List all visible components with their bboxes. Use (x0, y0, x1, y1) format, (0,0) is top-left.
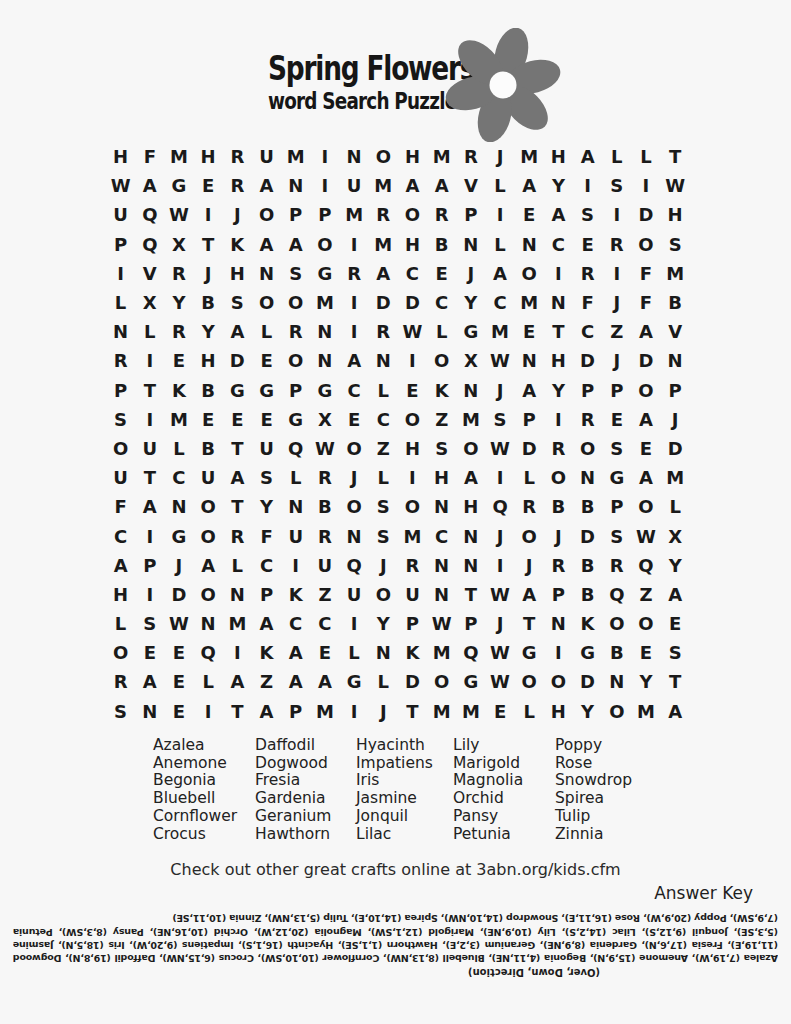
grid-cell: A (456, 463, 485, 492)
grid-cell: O (515, 521, 544, 550)
grid-cell: Q (194, 638, 223, 667)
grid-cell: M (661, 259, 690, 288)
grid-cell: T (194, 230, 223, 259)
answer-key-heading: (Over, Down, Direction) (13, 966, 778, 980)
grid-cell: A (544, 200, 573, 229)
word-list-item: Tulip (555, 808, 650, 826)
grid-cell: L (631, 142, 660, 171)
grid-cell: N (369, 638, 398, 667)
grid-cell: P (252, 580, 281, 609)
grid-cell: R (602, 230, 631, 259)
word-list-column: HyacinthImpatiensIrisJasmineJonquilLilac (356, 737, 453, 843)
grid-cell: T (544, 317, 573, 346)
grid-cell: U (340, 171, 369, 200)
grid-cell: Q (340, 551, 369, 580)
grid-cell: L (223, 551, 252, 580)
grid-cell: N (427, 551, 456, 580)
grid-cell: L (135, 317, 164, 346)
grid-cell: H (106, 580, 135, 609)
word-list-item: Lilac (356, 826, 453, 844)
word-list-item: Daffodil (255, 737, 356, 755)
grid-cell: R (602, 551, 631, 580)
grid-cell: N (340, 521, 369, 550)
grid-cell: G (573, 638, 602, 667)
grid-cell: W (631, 521, 660, 550)
grid-cell: S (661, 230, 690, 259)
grid-cell: M (369, 171, 398, 200)
word-list: AzaleaAnemoneBegoniaBluebellCornflowerCr… (153, 737, 650, 843)
grid-cell: F (631, 259, 660, 288)
grid-cell: I (135, 346, 164, 375)
grid-cell: A (252, 230, 281, 259)
grid-cell: Y (544, 376, 573, 405)
grid-cell: P (456, 609, 485, 638)
grid-cell: P (398, 609, 427, 638)
word-list-item: Spirea (555, 790, 650, 808)
grid-cell: M (427, 142, 456, 171)
grid-cell: W (661, 171, 690, 200)
grid-cell: N (456, 521, 485, 550)
grid-cell: C (485, 288, 514, 317)
grid-cell: C (310, 609, 339, 638)
grid-cell: G (515, 638, 544, 667)
grid-cell: C (281, 609, 310, 638)
grid-cell: L (340, 638, 369, 667)
grid-cell: G (310, 376, 339, 405)
grid-cell: J (456, 259, 485, 288)
grid-cell: R (369, 200, 398, 229)
grid-cell: I (340, 697, 369, 726)
grid-cell: A (281, 667, 310, 696)
grid-cell: O (631, 376, 660, 405)
grid-cell: E (135, 638, 164, 667)
grid-cell: H (427, 463, 456, 492)
grid-cell: V (661, 317, 690, 346)
grid-cell: M (456, 405, 485, 434)
grid-cell: S (573, 200, 602, 229)
word-list-item: Orchid (453, 790, 555, 808)
grid-cell: N (310, 317, 339, 346)
grid-cell: U (398, 580, 427, 609)
grid-cell: P (456, 200, 485, 229)
grid-cell: T (223, 697, 252, 726)
grid-cell: C (252, 551, 281, 580)
grid-cell: B (544, 492, 573, 521)
grid-cell: J (485, 521, 514, 550)
grid-cell: H (223, 259, 252, 288)
grid-cell: W (106, 171, 135, 200)
grid-cell: O (369, 580, 398, 609)
grid-cell: I (485, 200, 514, 229)
grid-cell: L (252, 317, 281, 346)
grid-cell: U (310, 551, 339, 580)
grid-cell: B (573, 580, 602, 609)
grid-cell: L (194, 667, 223, 696)
grid-cell: O (340, 492, 369, 521)
grid-cell: I (194, 200, 223, 229)
grid-cell: U (252, 434, 281, 463)
grid-cell: P (281, 200, 310, 229)
grid-cell: L (106, 609, 135, 638)
grid-cell: I (223, 638, 252, 667)
grid-cell: C (427, 521, 456, 550)
grid-cell: E (164, 667, 193, 696)
grid-cell: N (427, 492, 456, 521)
grid-cell: E (194, 171, 223, 200)
grid-cell: A (631, 317, 660, 346)
grid-cell: O (573, 434, 602, 463)
word-list-item: Pansy (453, 808, 555, 826)
grid-cell: N (106, 317, 135, 346)
grid-cell: R (573, 405, 602, 434)
grid-cell: I (135, 521, 164, 550)
grid-cell: R (515, 492, 544, 521)
answer-key-label: Answer Key (654, 883, 753, 903)
title-sub: word Search Puzzle (268, 88, 444, 114)
grid-cell: T (223, 492, 252, 521)
word-list-item: Crocus (153, 826, 255, 844)
grid-cell: S (106, 697, 135, 726)
grid-cell: D (515, 434, 544, 463)
grid-cell: B (194, 288, 223, 317)
grid-cell: A (252, 609, 281, 638)
grid-cell: P (106, 230, 135, 259)
word-list-item: Jonquil (356, 808, 453, 826)
grid-cell: H (398, 434, 427, 463)
grid-cell: T (135, 376, 164, 405)
grid-cell: T (661, 667, 690, 696)
grid-cell: M (340, 200, 369, 229)
grid-cell: E (310, 638, 339, 667)
grid-cell: O (515, 259, 544, 288)
grid-cell: F (252, 521, 281, 550)
grid-cell: O (252, 200, 281, 229)
grid-cell: I (340, 317, 369, 346)
grid-cell: Y (369, 609, 398, 638)
grid-cell: K (223, 230, 252, 259)
word-list-column: LilyMarigoldMagnoliaOrchidPansyPetunia (453, 737, 555, 843)
grid-cell: X (164, 230, 193, 259)
grid-cell: H (544, 142, 573, 171)
grid-cell: R (544, 551, 573, 580)
grid-cell: I (485, 551, 514, 580)
grid-cell: A (485, 259, 514, 288)
word-list-item: Magnolia (453, 772, 555, 790)
grid-cell: O (194, 492, 223, 521)
grid-cell: J (223, 200, 252, 229)
word-list-item: Iris (356, 772, 453, 790)
grid-cell: O (252, 288, 281, 317)
word-list-item: Rose (555, 755, 650, 773)
grid-cell: N (456, 230, 485, 259)
grid-cell: R (223, 142, 252, 171)
grid-cell: A (281, 230, 310, 259)
puzzle-page: Spring Flowers word Search Puzzle HFMHRU… (0, 0, 791, 1024)
word-list-column: AzaleaAnemoneBegoniaBluebellCornflowerCr… (153, 737, 255, 843)
grid-cell: C (369, 405, 398, 434)
grid-cell: L (281, 463, 310, 492)
grid-cell: A (252, 697, 281, 726)
word-list-item: Dogwood (255, 755, 356, 773)
grid-cell: I (135, 405, 164, 434)
grid-cell: R (398, 551, 427, 580)
grid-cell: D (661, 434, 690, 463)
grid-cell: S (485, 405, 514, 434)
grid-cell: S (223, 288, 252, 317)
grid-cell: A (135, 667, 164, 696)
grid-cell: N (310, 346, 339, 375)
grid-cell: M (164, 142, 193, 171)
grid-cell: L (661, 492, 690, 521)
grid-cell: P (135, 551, 164, 580)
grid-cell: W (485, 638, 514, 667)
grid-cell: Z (369, 434, 398, 463)
word-search-grid: HFMHRUMINOHMRJMHALLTWAGERANIUMAAVLAYISIW… (106, 142, 690, 726)
grid-cell: O (281, 346, 310, 375)
grid-cell: L (369, 376, 398, 405)
grid-cell: D (223, 346, 252, 375)
grid-cell: A (427, 171, 456, 200)
grid-cell: W (164, 609, 193, 638)
grid-cell: O (398, 200, 427, 229)
grid-cell: O (310, 230, 339, 259)
grid-cell: I (544, 259, 573, 288)
grid-cell: A (515, 376, 544, 405)
word-list-item: Hawthorn (255, 826, 356, 844)
grid-cell: H (194, 142, 223, 171)
word-list-item: Fresia (255, 772, 356, 790)
grid-cell: U (252, 142, 281, 171)
promo-text: Check out other great crafts online at 3… (0, 860, 791, 879)
grid-cell: G (281, 405, 310, 434)
grid-cell: S (369, 521, 398, 550)
grid-cell: H (398, 142, 427, 171)
grid-cell: Q (456, 638, 485, 667)
grid-cell: R (223, 171, 252, 200)
grid-cell: D (573, 521, 602, 550)
grid-cell: E (164, 638, 193, 667)
grid-cell: J (515, 551, 544, 580)
grid-cell: J (485, 609, 514, 638)
grid-cell: W (398, 317, 427, 346)
grid-cell: Y (164, 288, 193, 317)
grid-cell: J (485, 142, 514, 171)
grid-cell: P (281, 697, 310, 726)
grid-cell: M (515, 288, 544, 317)
grid-cell: A (310, 667, 339, 696)
word-list-item: Anemone (153, 755, 255, 773)
grid-cell: D (369, 288, 398, 317)
grid-cell: K (281, 580, 310, 609)
grid-cell: J (661, 405, 690, 434)
grid-cell: L (602, 142, 631, 171)
grid-cell: A (223, 463, 252, 492)
grid-cell: B (310, 492, 339, 521)
grid-cell: J (602, 288, 631, 317)
grid-cell: J (164, 551, 193, 580)
grid-cell: Y (573, 697, 602, 726)
grid-cell: S (602, 434, 631, 463)
grid-cell: R (340, 259, 369, 288)
grid-cell: Z (252, 667, 281, 696)
grid-cell: N (281, 492, 310, 521)
word-list-item: Lily (453, 737, 555, 755)
title-main: Spring Flowers (268, 50, 444, 88)
grid-cell: R (106, 667, 135, 696)
grid-cell: D (398, 667, 427, 696)
word-list-item: Gardenia (255, 790, 356, 808)
grid-cell: E (515, 200, 544, 229)
grid-cell: I (544, 638, 573, 667)
word-list-item: Zinnia (555, 826, 650, 844)
grid-cell: R (310, 463, 339, 492)
grid-cell: A (661, 697, 690, 726)
word-list-item: Marigold (453, 755, 555, 773)
grid-cell: D (398, 288, 427, 317)
grid-cell: R (456, 142, 485, 171)
grid-cell: O (369, 142, 398, 171)
grid-cell: M (223, 609, 252, 638)
grid-cell: I (340, 230, 369, 259)
grid-cell: Y (661, 551, 690, 580)
grid-cell: C (573, 317, 602, 346)
grid-cell: S (369, 492, 398, 521)
grid-cell: P (602, 376, 631, 405)
grid-cell: L (164, 434, 193, 463)
grid-cell: L (485, 230, 514, 259)
grid-cell: P (602, 492, 631, 521)
word-list-item: Poppy (555, 737, 650, 755)
grid-cell: O (106, 638, 135, 667)
grid-cell: B (194, 376, 223, 405)
grid-cell: O (631, 230, 660, 259)
grid-cell: G (223, 376, 252, 405)
grid-cell: T (398, 697, 427, 726)
grid-cell: N (544, 288, 573, 317)
grid-cell: P (106, 376, 135, 405)
answer-key-block: (Over, Down, Direction) Azalea (7,19,W),… (13, 903, 778, 979)
grid-cell: Q (485, 492, 514, 521)
grid-cell: U (106, 463, 135, 492)
grid-cell: P (515, 405, 544, 434)
grid-cell: Q (631, 551, 660, 580)
grid-cell: E (223, 405, 252, 434)
grid-cell: I (106, 259, 135, 288)
grid-cell: A (631, 405, 660, 434)
grid-cell: L (485, 171, 514, 200)
word-list-item: Petunia (453, 826, 555, 844)
grid-cell: J (485, 376, 514, 405)
grid-cell: N (661, 346, 690, 375)
grid-cell: I (281, 551, 310, 580)
grid-cell: G (164, 521, 193, 550)
word-list-item: Begonia (153, 772, 255, 790)
grid-cell: A (515, 580, 544, 609)
grid-cell: M (398, 521, 427, 550)
grid-cell: S (602, 171, 631, 200)
grid-cell: A (573, 142, 602, 171)
grid-cell: P (661, 376, 690, 405)
grid-cell: X (135, 288, 164, 317)
grid-cell: O (544, 667, 573, 696)
grid-cell: I (544, 405, 573, 434)
grid-cell: E (515, 317, 544, 346)
word-list-column: DaffodilDogwoodFresiaGardeniaGeraniumHaw… (255, 737, 356, 843)
grid-cell: U (281, 521, 310, 550)
grid-cell: N (456, 551, 485, 580)
grid-cell: G (252, 376, 281, 405)
grid-cell: E (398, 376, 427, 405)
grid-cell: A (252, 171, 281, 200)
grid-cell: J (194, 259, 223, 288)
grid-cell: Y (456, 288, 485, 317)
grid-cell: U (340, 580, 369, 609)
grid-cell: O (631, 609, 660, 638)
grid-cell: A (223, 667, 252, 696)
grid-cell: H (194, 346, 223, 375)
grid-cell: I (340, 609, 369, 638)
grid-cell: X (310, 405, 339, 434)
grid-cell: E (164, 346, 193, 375)
grid-cell: E (427, 259, 456, 288)
grid-cell: N (427, 580, 456, 609)
grid-cell: X (661, 521, 690, 550)
grid-cell: O (456, 434, 485, 463)
grid-cell: P (573, 376, 602, 405)
grid-cell: C (398, 259, 427, 288)
grid-cell: H (398, 230, 427, 259)
grid-cell: R (369, 317, 398, 346)
grid-cell: O (106, 434, 135, 463)
grid-cell: S (427, 434, 456, 463)
grid-cell: B (573, 551, 602, 580)
grid-cell: W (310, 434, 339, 463)
grid-cell: I (340, 288, 369, 317)
grid-cell: Z (631, 580, 660, 609)
grid-cell: I (602, 200, 631, 229)
grid-cell: E (340, 405, 369, 434)
grid-cell: E (252, 346, 281, 375)
grid-cell: I (573, 171, 602, 200)
grid-cell: E (661, 609, 690, 638)
grid-cell: L (369, 667, 398, 696)
grid-cell: E (631, 638, 660, 667)
word-list-item: Hyacinth (356, 737, 453, 755)
grid-cell: O (398, 492, 427, 521)
grid-cell: Y (194, 317, 223, 346)
grid-cell: N (456, 376, 485, 405)
grid-cell: M (427, 697, 456, 726)
grid-cell: G (456, 317, 485, 346)
grid-cell: A (135, 171, 164, 200)
grid-cell: N (164, 492, 193, 521)
grid-cell: W (164, 200, 193, 229)
grid-cell: E (573, 230, 602, 259)
grid-cell: R (106, 346, 135, 375)
grid-cell: M (164, 405, 193, 434)
grid-cell: W (485, 667, 514, 696)
grid-cell: K (164, 376, 193, 405)
grid-cell: O (340, 434, 369, 463)
grid-cell: C (340, 376, 369, 405)
grid-cell: V (135, 259, 164, 288)
grid-cell: O (602, 609, 631, 638)
grid-cell: R (310, 521, 339, 550)
grid-cell: B (602, 638, 631, 667)
grid-cell: P (281, 376, 310, 405)
grid-cell: A (340, 346, 369, 375)
grid-cell: O (515, 667, 544, 696)
